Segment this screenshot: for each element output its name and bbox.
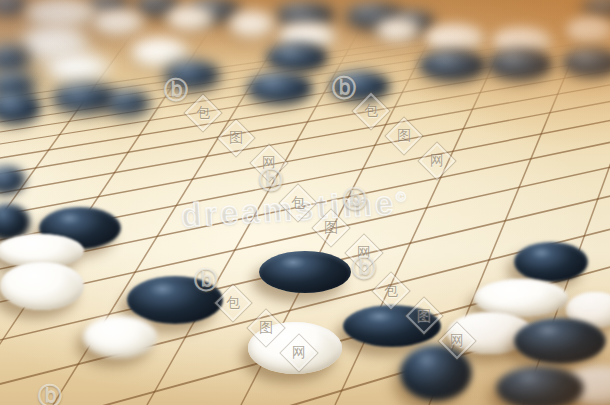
watermark-diamond: 图 — [386, 118, 423, 155]
watermark-diamond: 包 — [215, 285, 252, 322]
watermark-character: 包 — [384, 282, 398, 300]
watermark-character: 包 — [291, 194, 305, 212]
watermark-character: 图 — [229, 129, 243, 147]
watermark-character: 图 — [397, 127, 411, 145]
watermark-character: 图 — [259, 319, 273, 337]
watermark-diamond: 图 — [218, 120, 255, 157]
watermark-diamond: 包 — [373, 273, 410, 310]
watermark-character: 网 — [450, 332, 464, 350]
watermark-diamond: 网 — [439, 323, 476, 360]
watermark-logo-icon: ⓑ — [38, 380, 62, 405]
watermark-diamond: 包 — [353, 93, 390, 130]
watermark-character: 包 — [364, 102, 378, 120]
watermark-diamond: 网 — [281, 335, 318, 372]
watermark-logo-icon: ⓑ — [352, 252, 376, 284]
copyright-symbol: © — [395, 188, 406, 205]
watermark-logo-icon: ⓑ — [259, 164, 283, 196]
watermark-layer: dreamstime© ⓑ包图网ⓑ包图网ⓑ包图网ⓑ包图网ⓑ包图网ⓑⓑ — [0, 0, 610, 405]
watermark-character: 包 — [196, 104, 210, 122]
watermark-logo-icon: ⓑ — [332, 72, 356, 104]
watermark-diamond: 图 — [406, 298, 443, 335]
watermark-character: 网 — [292, 344, 306, 362]
watermark-logo-icon: ⓑ — [343, 183, 367, 215]
watermark-logo-icon: ⓑ — [194, 264, 218, 296]
watermark-character: 图 — [324, 219, 338, 237]
watermark-character: 图 — [417, 307, 431, 325]
watermark-character: 网 — [430, 152, 444, 170]
watermark-diamond: 包 — [185, 95, 222, 132]
go-board-photo: dreamstime© ⓑ包图网ⓑ包图网ⓑ包图网ⓑ包图网ⓑ包图网ⓑⓑ — [0, 0, 610, 405]
watermark-diamond: 图 — [248, 310, 285, 347]
watermark-character: 包 — [226, 294, 240, 312]
watermark-diamond: 网 — [419, 143, 456, 180]
watermark-logo-icon: ⓑ — [164, 74, 188, 106]
